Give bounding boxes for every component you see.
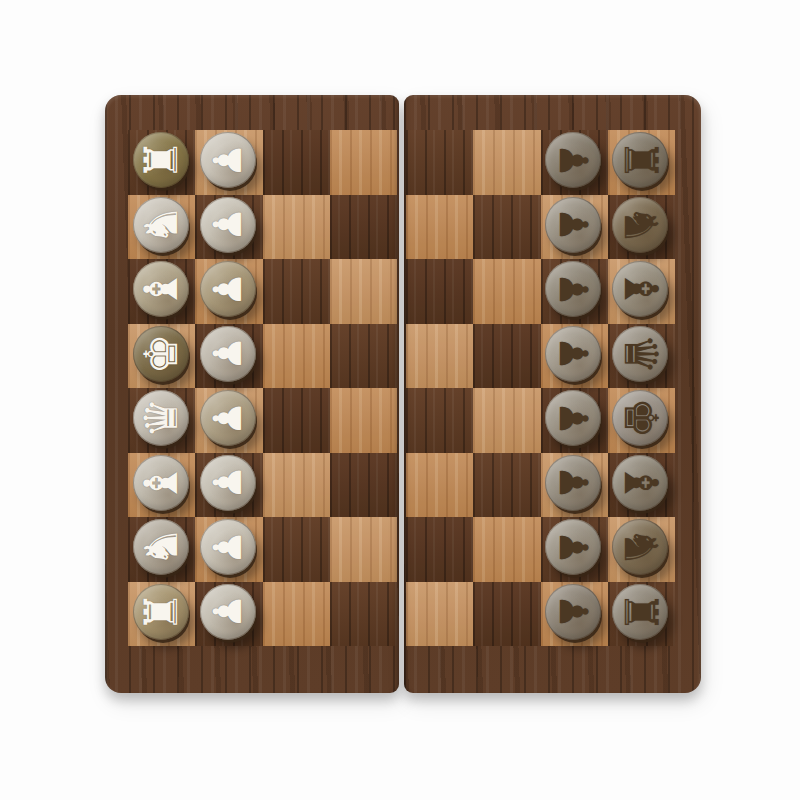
square-b6[interactable]: [473, 517, 540, 582]
square-f7[interactable]: ♟: [541, 259, 608, 324]
square-d5[interactable]: [406, 388, 473, 453]
square-h2[interactable]: ♟: [195, 130, 262, 195]
square-c8[interactable]: ♝: [608, 453, 675, 518]
square-g3[interactable]: [263, 195, 330, 260]
black-king-glyph: ♚: [617, 398, 663, 439]
piece-white-pawn-e2[interactable]: ♟: [200, 326, 256, 382]
white-pawn-glyph: ♟: [208, 143, 247, 178]
square-h7[interactable]: ♟: [541, 130, 608, 195]
piece-black-pawn-b7[interactable]: ♟: [545, 519, 601, 575]
square-c5[interactable]: [406, 453, 473, 518]
white-bishop-glyph: ♝: [138, 269, 184, 310]
square-a5[interactable]: [406, 582, 473, 647]
square-f2[interactable]: ♟: [195, 259, 262, 324]
black-knight-glyph: ♞: [617, 204, 663, 245]
black-pawn-glyph: ♟: [554, 207, 593, 242]
square-d4[interactable]: [330, 388, 397, 453]
square-b4[interactable]: [330, 517, 397, 582]
piece-black-king-d8[interactable]: ♚: [612, 390, 668, 446]
square-h4[interactable]: [330, 130, 397, 195]
square-a3[interactable]: [263, 582, 330, 647]
piece-black-pawn-f7[interactable]: ♟: [545, 261, 601, 317]
board-left-half: ♜♟♞♟♝♟♚♟♛♟♝♟♞♟♜♟: [105, 95, 399, 693]
square-h6[interactable]: [473, 130, 540, 195]
piece-white-knight-b1[interactable]: ♞: [133, 519, 189, 575]
square-c7[interactable]: ♟: [541, 453, 608, 518]
square-a4[interactable]: [330, 582, 397, 647]
square-g6[interactable]: [473, 195, 540, 260]
square-g8[interactable]: ♞: [608, 195, 675, 260]
square-e7[interactable]: ♟: [541, 324, 608, 389]
piece-white-pawn-d2[interactable]: ♟: [200, 390, 256, 446]
piece-white-pawn-h2[interactable]: ♟: [200, 132, 256, 188]
square-c2[interactable]: ♟: [195, 453, 262, 518]
square-d7[interactable]: ♟: [541, 388, 608, 453]
board-right-grid: ♟♜♟♞♟♝♟♛♟♚♟♝♟♞♟♜: [406, 130, 675, 646]
black-pawn-glyph: ♟: [554, 530, 593, 565]
square-d1[interactable]: ♛: [128, 388, 195, 453]
white-pawn-glyph: ♟: [208, 594, 247, 629]
black-bishop-glyph: ♝: [617, 269, 663, 310]
piece-white-king-e1[interactable]: ♚: [133, 326, 189, 382]
piece-white-pawn-b2[interactable]: ♟: [200, 519, 256, 575]
black-knight-glyph: ♞: [617, 527, 663, 568]
white-pawn-glyph: ♟: [208, 401, 247, 436]
white-knight-glyph: ♞: [138, 204, 184, 245]
piece-black-bishop-f8[interactable]: ♝: [612, 261, 668, 317]
black-pawn-glyph: ♟: [554, 272, 593, 307]
square-b2[interactable]: ♟: [195, 517, 262, 582]
square-c3[interactable]: [263, 453, 330, 518]
white-pawn-glyph: ♟: [208, 530, 247, 565]
square-e3[interactable]: [263, 324, 330, 389]
piece-black-queen-e8[interactable]: ♛: [612, 326, 668, 382]
piece-white-rook-a1[interactable]: ♜: [133, 584, 189, 640]
square-d2[interactable]: ♟: [195, 388, 262, 453]
square-f5[interactable]: [406, 259, 473, 324]
square-h3[interactable]: [263, 130, 330, 195]
square-d3[interactable]: [263, 388, 330, 453]
piece-black-pawn-c7[interactable]: ♟: [545, 455, 601, 511]
black-pawn-glyph: ♟: [554, 465, 593, 500]
square-g2[interactable]: ♟: [195, 195, 262, 260]
piece-black-knight-b8[interactable]: ♞: [612, 519, 668, 575]
square-e5[interactable]: [406, 324, 473, 389]
square-c6[interactable]: [473, 453, 540, 518]
square-a2[interactable]: ♟: [195, 582, 262, 647]
piece-black-pawn-d7[interactable]: ♟: [545, 390, 601, 446]
square-g4[interactable]: [330, 195, 397, 260]
piece-white-pawn-a2[interactable]: ♟: [200, 584, 256, 640]
square-g1[interactable]: ♞: [128, 195, 195, 260]
piece-white-bishop-f1[interactable]: ♝: [133, 261, 189, 317]
piece-black-pawn-e7[interactable]: ♟: [545, 326, 601, 382]
piece-white-queen-d1[interactable]: ♛: [133, 390, 189, 446]
black-pawn-glyph: ♟: [554, 336, 593, 371]
piece-black-bishop-c8[interactable]: ♝: [612, 455, 668, 511]
white-pawn-glyph: ♟: [208, 272, 247, 307]
black-rook-glyph: ♜: [617, 140, 663, 181]
square-a1[interactable]: ♜: [128, 582, 195, 647]
white-rook-glyph: ♜: [138, 140, 184, 181]
black-bishop-glyph: ♝: [617, 462, 663, 503]
square-b8[interactable]: ♞: [608, 517, 675, 582]
square-f3[interactable]: [263, 259, 330, 324]
white-king-glyph: ♚: [138, 333, 184, 374]
piece-white-pawn-c2[interactable]: ♟: [200, 455, 256, 511]
white-rook-glyph: ♜: [138, 591, 184, 632]
square-c1[interactable]: ♝: [128, 453, 195, 518]
square-f4[interactable]: [330, 259, 397, 324]
piece-black-pawn-a7[interactable]: ♟: [545, 584, 601, 640]
piece-black-rook-h8[interactable]: ♜: [612, 132, 668, 188]
piece-white-knight-g1[interactable]: ♞: [133, 197, 189, 253]
square-b7[interactable]: ♟: [541, 517, 608, 582]
black-pawn-glyph: ♟: [554, 143, 593, 178]
square-h8[interactable]: ♜: [608, 130, 675, 195]
black-pawn-glyph: ♟: [554, 594, 593, 629]
square-f1[interactable]: ♝: [128, 259, 195, 324]
piece-black-pawn-g7[interactable]: ♟: [545, 197, 601, 253]
square-a7[interactable]: ♟: [541, 582, 608, 647]
board-left-grid: ♜♟♞♟♝♟♚♟♛♟♝♟♞♟♜♟: [128, 130, 397, 646]
square-e4[interactable]: [330, 324, 397, 389]
square-b5[interactable]: [406, 517, 473, 582]
square-h1[interactable]: ♜: [128, 130, 195, 195]
square-d8[interactable]: ♚: [608, 388, 675, 453]
piece-black-rook-a8[interactable]: ♜: [612, 584, 668, 640]
black-pawn-glyph: ♟: [554, 401, 593, 436]
square-g7[interactable]: ♟: [541, 195, 608, 260]
piece-black-knight-g8[interactable]: ♞: [612, 197, 668, 253]
square-d6[interactable]: [473, 388, 540, 453]
white-bishop-glyph: ♝: [138, 462, 184, 503]
square-h5[interactable]: [406, 130, 473, 195]
square-e1[interactable]: ♚: [128, 324, 195, 389]
white-pawn-glyph: ♟: [208, 207, 247, 242]
piece-white-pawn-g2[interactable]: ♟: [200, 197, 256, 253]
white-pawn-glyph: ♟: [208, 336, 247, 371]
square-f6[interactable]: [473, 259, 540, 324]
square-a6[interactable]: [473, 582, 540, 647]
square-e2[interactable]: ♟: [195, 324, 262, 389]
white-queen-glyph: ♛: [138, 398, 184, 439]
square-b3[interactable]: [263, 517, 330, 582]
black-queen-glyph: ♛: [617, 333, 663, 374]
square-a8[interactable]: ♜: [608, 582, 675, 647]
white-knight-glyph: ♞: [138, 527, 184, 568]
board-right-half: ♟♜♟♞♟♝♟♛♟♚♟♝♟♞♟♜: [404, 95, 701, 693]
square-g5[interactable]: [406, 195, 473, 260]
piece-white-bishop-c1[interactable]: ♝: [133, 455, 189, 511]
piece-white-rook-h1[interactable]: ♜: [133, 132, 189, 188]
square-e8[interactable]: ♛: [608, 324, 675, 389]
square-b1[interactable]: ♞: [128, 517, 195, 582]
black-rook-glyph: ♜: [617, 591, 663, 632]
square-c4[interactable]: [330, 453, 397, 518]
square-e6[interactable]: [473, 324, 540, 389]
piece-black-pawn-h7[interactable]: ♟: [545, 132, 601, 188]
white-pawn-glyph: ♟: [208, 465, 247, 500]
square-f8[interactable]: ♝: [608, 259, 675, 324]
folding-chess-board-photo: ♜♟♞♟♝♟♚♟♛♟♝♟♞♟♜♟ ♟♜♟♞♟♝♟♛♟♚♟♝♟♞♟♜: [0, 0, 800, 800]
piece-white-pawn-f2[interactable]: ♟: [200, 261, 256, 317]
